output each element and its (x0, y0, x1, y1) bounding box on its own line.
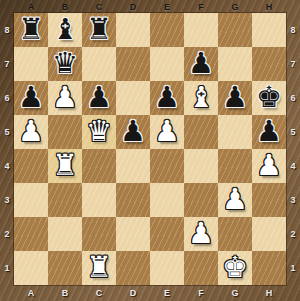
square-f6[interactable]: ♝ (184, 81, 218, 115)
piece-black-pawn[interactable]: ♟ (222, 80, 248, 114)
rank-label-right-5: 5 (287, 126, 299, 138)
piece-white-pawn[interactable]: ♟ (52, 80, 78, 114)
square-c8[interactable]: ♜ (82, 13, 116, 47)
square-c7[interactable] (82, 47, 116, 81)
piece-white-pawn[interactable]: ♟ (188, 216, 214, 250)
file-label-top-b: B (59, 1, 71, 13)
file-label-bottom-e: E (161, 287, 173, 299)
square-d5[interactable]: ♟ (116, 115, 150, 149)
square-h1[interactable] (252, 251, 286, 285)
square-b8[interactable]: ♝ (48, 13, 82, 47)
square-f7[interactable]: ♟ (184, 47, 218, 81)
square-f5[interactable] (184, 115, 218, 149)
rank-label-left-7: 7 (1, 58, 13, 70)
file-label-bottom-d: D (127, 287, 139, 299)
square-d1[interactable] (116, 251, 150, 285)
file-label-bottom-g: G (229, 287, 241, 299)
square-g3[interactable]: ♟ (218, 183, 252, 217)
square-e8[interactable] (150, 13, 184, 47)
square-g4[interactable] (218, 149, 252, 183)
square-a1[interactable] (14, 251, 48, 285)
square-a4[interactable] (14, 149, 48, 183)
square-e1[interactable] (150, 251, 184, 285)
square-a6[interactable]: ♟ (14, 81, 48, 115)
piece-white-rook[interactable]: ♜ (86, 250, 112, 284)
square-g5[interactable] (218, 115, 252, 149)
square-c3[interactable] (82, 183, 116, 217)
square-e7[interactable] (150, 47, 184, 81)
square-b6[interactable]: ♟ (48, 81, 82, 115)
file-label-top-e: E (161, 1, 173, 13)
square-f1[interactable] (184, 251, 218, 285)
piece-black-pawn[interactable]: ♟ (18, 80, 44, 114)
piece-black-bishop[interactable]: ♝ (52, 12, 78, 46)
piece-white-bishop[interactable]: ♝ (188, 80, 214, 114)
square-g7[interactable] (218, 47, 252, 81)
file-label-bottom-h: H (263, 287, 275, 299)
file-label-top-d: D (127, 1, 139, 13)
square-d6[interactable] (116, 81, 150, 115)
piece-black-queen[interactable]: ♛ (52, 46, 78, 80)
square-h7[interactable] (252, 47, 286, 81)
square-g6[interactable]: ♟ (218, 81, 252, 115)
square-b2[interactable] (48, 217, 82, 251)
square-f3[interactable] (184, 183, 218, 217)
rank-label-right-4: 4 (287, 160, 299, 172)
piece-white-queen[interactable]: ♛ (86, 114, 112, 148)
piece-white-king[interactable]: ♚ (222, 250, 248, 284)
rank-label-left-3: 3 (1, 194, 13, 206)
rank-label-left-2: 2 (1, 228, 13, 240)
file-label-top-a: A (25, 1, 37, 13)
file-label-top-g: G (229, 1, 241, 13)
square-e6[interactable]: ♟ (150, 81, 184, 115)
square-h5[interactable]: ♟ (252, 115, 286, 149)
piece-black-pawn[interactable]: ♟ (154, 80, 180, 114)
square-e5[interactable]: ♟ (150, 115, 184, 149)
piece-white-pawn[interactable]: ♟ (222, 182, 248, 216)
piece-black-rook[interactable]: ♜ (86, 12, 112, 46)
chess-board-widget: ♜♝♜♛♟♟♟♟♟♝♟♚♟♛♟♟♟♜♟♟♟♜♚ AABBCCDDEEFFGGHH… (0, 0, 300, 301)
file-label-bottom-c: C (93, 287, 105, 299)
file-label-top-c: C (93, 1, 105, 13)
rank-label-right-3: 3 (287, 194, 299, 206)
square-a2[interactable] (14, 217, 48, 251)
square-g8[interactable] (218, 13, 252, 47)
piece-white-pawn[interactable]: ♟ (18, 114, 44, 148)
square-c1[interactable]: ♜ (82, 251, 116, 285)
piece-black-pawn[interactable]: ♟ (86, 80, 112, 114)
square-c6[interactable]: ♟ (82, 81, 116, 115)
rank-label-right-2: 2 (287, 228, 299, 240)
square-e3[interactable] (150, 183, 184, 217)
square-a7[interactable] (14, 47, 48, 81)
piece-white-pawn[interactable]: ♟ (256, 148, 282, 182)
square-b3[interactable] (48, 183, 82, 217)
rank-label-right-8: 8 (287, 24, 299, 36)
piece-white-rook[interactable]: ♜ (52, 148, 78, 182)
square-c5[interactable]: ♛ (82, 115, 116, 149)
square-f2[interactable]: ♟ (184, 217, 218, 251)
square-d7[interactable] (116, 47, 150, 81)
square-a8[interactable]: ♜ (14, 13, 48, 47)
square-g1[interactable]: ♚ (218, 251, 252, 285)
piece-black-king[interactable]: ♚ (256, 80, 282, 114)
square-b1[interactable] (48, 251, 82, 285)
file-label-top-h: H (263, 1, 275, 13)
square-c2[interactable] (82, 217, 116, 251)
square-e2[interactable] (150, 217, 184, 251)
square-h4[interactable]: ♟ (252, 149, 286, 183)
file-label-top-f: F (195, 1, 207, 13)
square-h6[interactable]: ♚ (252, 81, 286, 115)
square-e4[interactable] (150, 149, 184, 183)
rank-label-right-1: 1 (287, 262, 299, 274)
square-d8[interactable] (116, 13, 150, 47)
square-h8[interactable] (252, 13, 286, 47)
rank-label-left-6: 6 (1, 92, 13, 104)
piece-black-rook[interactable]: ♜ (18, 12, 44, 46)
rank-label-right-6: 6 (287, 92, 299, 104)
square-g2[interactable] (218, 217, 252, 251)
piece-black-pawn[interactable]: ♟ (256, 114, 282, 148)
square-b4[interactable]: ♜ (48, 149, 82, 183)
square-d3[interactable] (116, 183, 150, 217)
square-a3[interactable] (14, 183, 48, 217)
square-f8[interactable] (184, 13, 218, 47)
square-f4[interactable] (184, 149, 218, 183)
file-label-bottom-f: F (195, 287, 207, 299)
rank-label-left-8: 8 (1, 24, 13, 36)
piece-black-pawn[interactable]: ♟ (188, 46, 214, 80)
file-label-bottom-a: A (25, 287, 37, 299)
rank-label-right-7: 7 (287, 58, 299, 70)
piece-white-pawn[interactable]: ♟ (154, 114, 180, 148)
chess-board: ♜♝♜♛♟♟♟♟♟♝♟♚♟♛♟♟♟♜♟♟♟♜♚ (14, 13, 286, 285)
rank-label-left-5: 5 (1, 126, 13, 138)
square-a5[interactable]: ♟ (14, 115, 48, 149)
square-c4[interactable] (82, 149, 116, 183)
square-b5[interactable] (48, 115, 82, 149)
square-h3[interactable] (252, 183, 286, 217)
rank-label-left-1: 1 (1, 262, 13, 274)
square-b7[interactable]: ♛ (48, 47, 82, 81)
square-h2[interactable] (252, 217, 286, 251)
rank-label-left-4: 4 (1, 160, 13, 172)
piece-black-pawn[interactable]: ♟ (120, 114, 146, 148)
square-d2[interactable] (116, 217, 150, 251)
square-d4[interactable] (116, 149, 150, 183)
file-label-bottom-b: B (59, 287, 71, 299)
